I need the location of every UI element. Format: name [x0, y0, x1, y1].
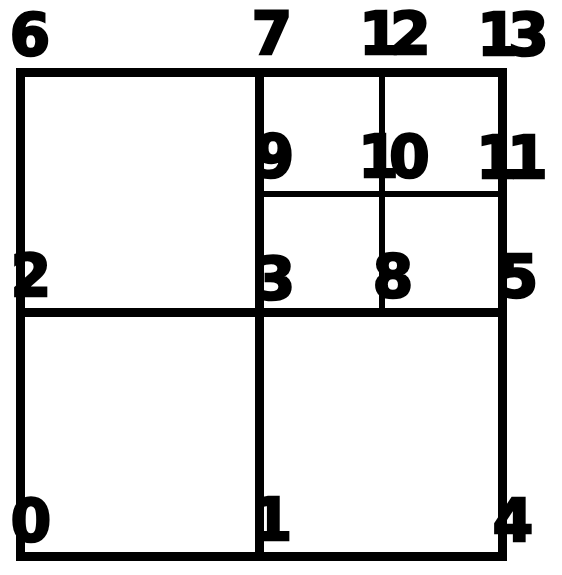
node-label-11: 11 — [476, 129, 547, 187]
node-label-5: 5 — [498, 248, 538, 306]
node-label-10: 10 — [358, 128, 429, 186]
node-label-1: 1 — [252, 491, 292, 549]
node-label-3: 3 — [255, 250, 295, 308]
subgrid-horizontal-line — [255, 191, 507, 197]
node-label-7: 7 — [252, 5, 292, 63]
node-label-4: 4 — [493, 492, 533, 550]
node-label-2: 2 — [11, 247, 51, 305]
node-label-0: 0 — [11, 492, 51, 550]
node-label-13: 13 — [477, 6, 548, 64]
quadtree-diagram: 012345678910111213 — [0, 0, 562, 575]
node-label-9: 9 — [254, 128, 294, 186]
node-label-6: 6 — [10, 6, 50, 64]
node-label-12: 12 — [359, 5, 430, 63]
node-label-8: 8 — [373, 248, 413, 306]
